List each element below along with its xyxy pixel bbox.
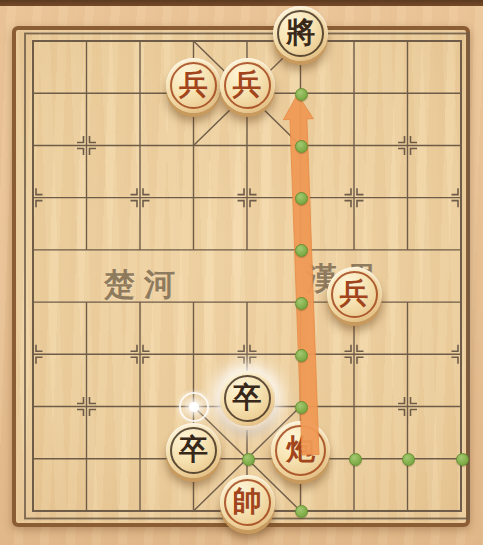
piece-ring: 卒: [224, 375, 271, 422]
piece-character: 帥: [233, 487, 262, 516]
piece-ring: 兵: [331, 271, 378, 318]
piece-red-general[interactable]: 帥: [220, 475, 275, 530]
piece-red-soldier[interactable]: 兵: [327, 267, 382, 322]
piece-character: 炮: [286, 435, 315, 464]
piece-black-soldier[interactable]: 卒: [166, 423, 221, 478]
move-hint-dot[interactable]: [295, 349, 308, 362]
piece-ring: 炮: [275, 425, 326, 476]
piece-black-soldier[interactable]: 卒: [220, 371, 275, 426]
move-hint-dot[interactable]: [295, 297, 308, 310]
top-strip: [0, 0, 483, 6]
piece-red-soldier[interactable]: 兵: [166, 58, 221, 113]
piece-ring: 帥: [224, 479, 271, 526]
move-hint-dot[interactable]: [456, 453, 469, 466]
xiangqi-app: 楚河 漢界 將兵兵兵卒卒炮帥: [0, 0, 483, 545]
move-hint-dot[interactable]: [242, 453, 255, 466]
move-hint-dot[interactable]: [295, 140, 308, 153]
piece-ring: 兵: [170, 62, 217, 109]
piece-ring: 兵: [224, 62, 271, 109]
last-move-origin-marker: [189, 402, 199, 412]
piece-red-soldier[interactable]: 兵: [220, 58, 275, 113]
piece-character: 兵: [179, 70, 208, 99]
piece-character: 卒: [179, 435, 208, 464]
river-label-left: 楚河: [104, 264, 184, 306]
move-hint-dot[interactable]: [349, 453, 362, 466]
move-hint-dot[interactable]: [295, 401, 308, 414]
piece-character: 將: [286, 18, 315, 47]
piece-ring: 卒: [170, 427, 217, 474]
piece-character: 兵: [233, 70, 262, 99]
piece-character: 卒: [233, 383, 262, 412]
move-hint-dot[interactable]: [295, 88, 308, 101]
piece-black-general[interactable]: 將: [273, 6, 328, 61]
piece-character: 兵: [340, 279, 369, 308]
piece-ring: 將: [277, 10, 324, 57]
piece-red-cannon[interactable]: 炮: [271, 421, 330, 480]
